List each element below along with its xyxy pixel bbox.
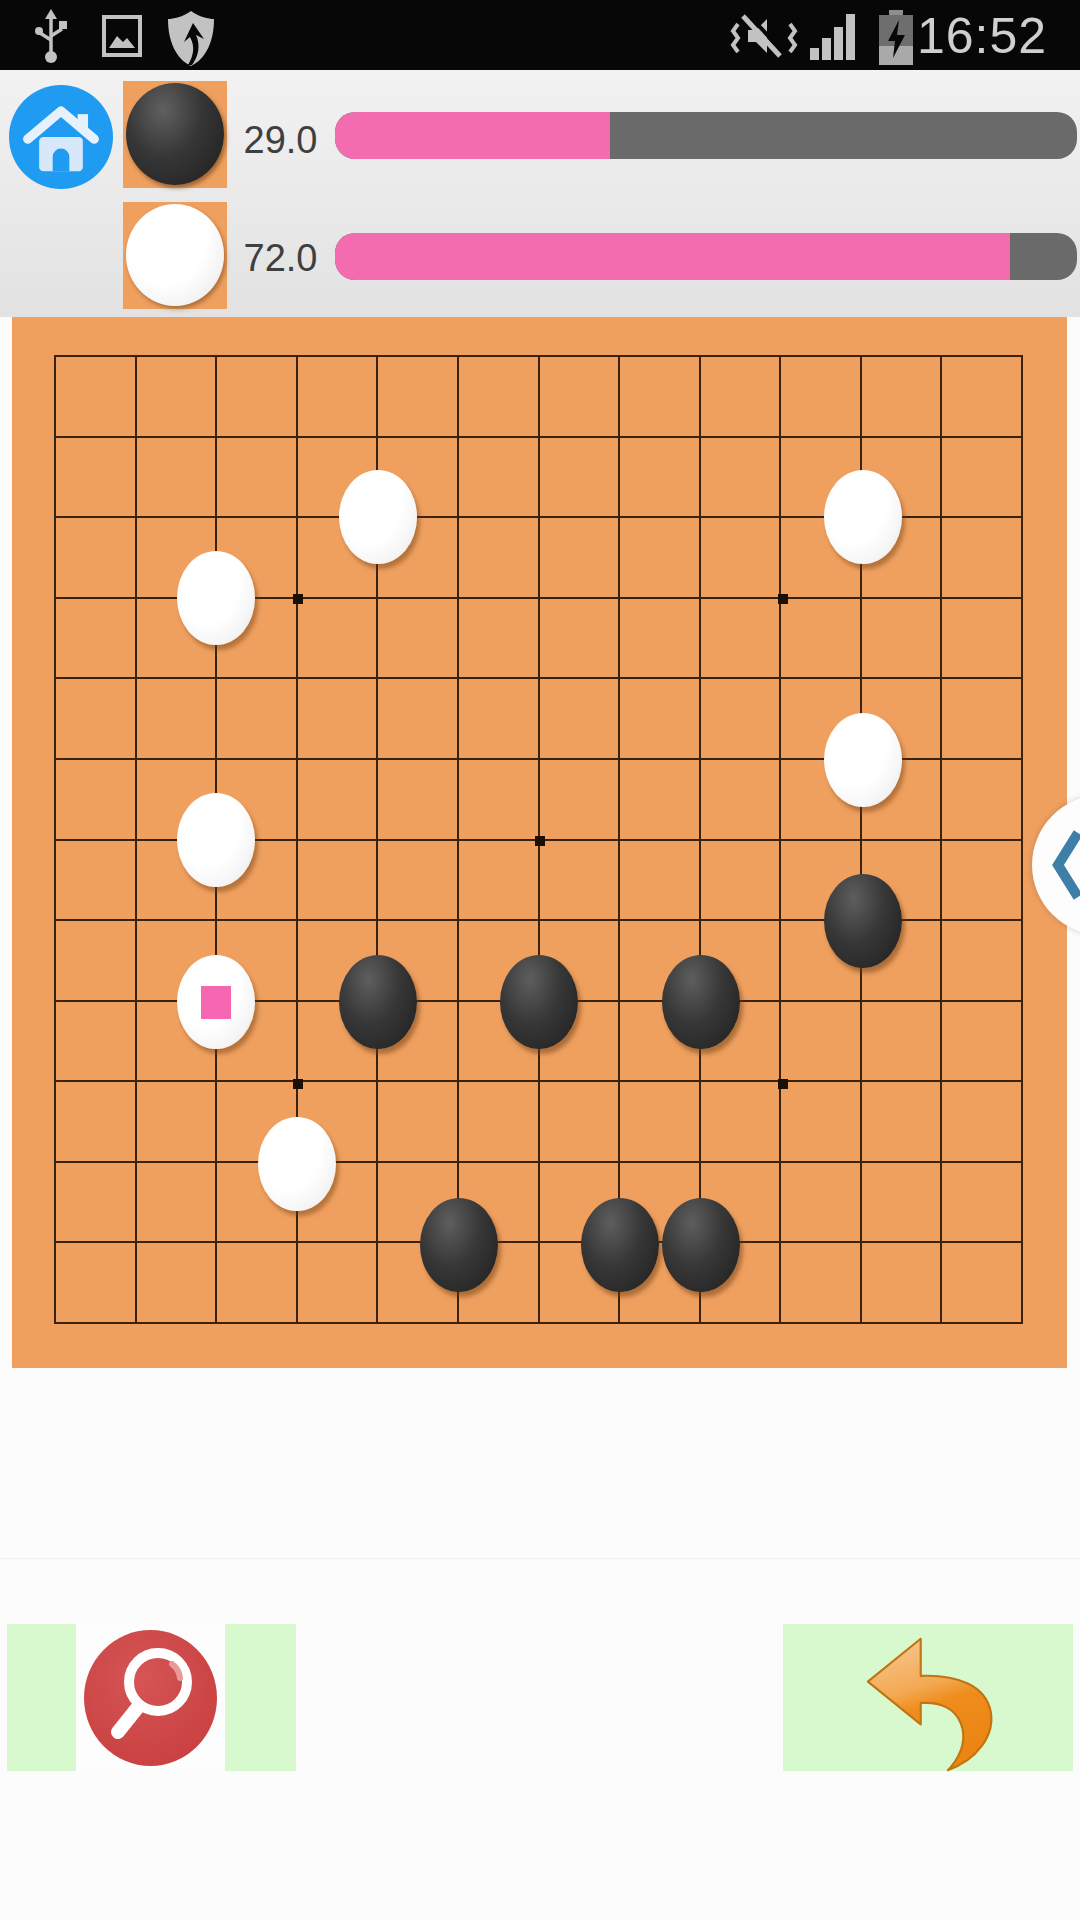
board-cell [940,1161,1021,1242]
board-cell [538,355,619,436]
board-cell [457,355,538,436]
black-score-bar [335,112,1077,159]
vibrate-mute-icon [730,8,798,64]
white-stone [258,1117,336,1211]
board-cell [457,516,538,597]
board-cell [135,1080,216,1161]
board-cell [296,597,377,678]
white-player-avatar [123,202,227,309]
board-cell [940,1000,1021,1081]
board-cell [779,1161,860,1242]
board-cell [135,436,216,517]
board-cell [376,677,457,758]
star-point [293,594,303,604]
board-cell [54,1161,135,1242]
board-cell [54,1080,135,1161]
battery-charging-icon [875,8,917,68]
board-cell [538,516,619,597]
board-cell [457,1080,538,1161]
board-cell [699,758,780,839]
board-cell [54,355,135,436]
board-cell [860,1241,941,1322]
white-score: 72.0 [233,233,328,283]
white-stone-avatar [126,204,224,306]
board-cell [296,758,377,839]
board-cell [618,1080,699,1161]
board-cell [699,355,780,436]
board-cell [618,839,699,920]
gallery-icon [100,8,144,64]
board-cell [940,355,1021,436]
usb-icon [33,8,69,64]
board-cell [699,677,780,758]
board-cell [699,839,780,920]
board-cell [940,516,1021,597]
board-cell [538,597,619,678]
white-stone [339,470,417,564]
board-cell [296,839,377,920]
board-cell [860,1161,941,1242]
header: 29.0 72.0 [0,70,1080,317]
board-cell [54,436,135,517]
board-cell [618,355,699,436]
board-cell [618,677,699,758]
white-score-bar-fill [335,233,1010,280]
board-cell [940,839,1021,920]
black-stone [581,1198,659,1292]
board-cell [376,1080,457,1161]
board-cell [699,516,780,597]
black-player-avatar [123,81,227,188]
board-cell [699,436,780,517]
board-cell [135,677,216,758]
chevron-left-icon [1046,825,1080,905]
status-bar: 16:52 [0,0,1080,70]
board-cell [54,1000,135,1081]
board-cell [457,758,538,839]
board-cell [215,677,296,758]
board-cell [215,355,296,436]
bottom-divider [0,1558,1080,1559]
board-cell [135,1241,216,1322]
board-cell [860,597,941,678]
board-cell [538,1080,619,1161]
board-cell [860,1080,941,1161]
black-stone [824,874,902,968]
board-cell [54,839,135,920]
board-cell [860,355,941,436]
status-time: 16:52 [917,0,1047,70]
last-move-marker [201,986,231,1019]
undo-button[interactable] [783,1624,1073,1771]
board-cell [940,1241,1021,1322]
undo-arrow-icon [855,1628,1005,1778]
board-cell [940,597,1021,678]
analyze-button[interactable] [7,1624,296,1771]
go-board[interactable] [12,317,1067,1368]
board-cell [618,516,699,597]
shield-boost-icon [163,8,219,68]
board-cell [376,355,457,436]
board-cell [215,436,296,517]
board-cell [54,677,135,758]
board-cell [699,597,780,678]
board-cell [54,919,135,1000]
star-point [293,1079,303,1089]
signal-strength-icon [808,8,860,64]
black-stone [339,955,417,1049]
board-cell [296,677,377,758]
board-cell [699,1080,780,1161]
board-cell [457,436,538,517]
board-cell [54,597,135,678]
board-cell [376,597,457,678]
board-cell [779,597,860,678]
board-cell [54,758,135,839]
white-stone [177,955,255,1049]
board-cell [940,677,1021,758]
board-cell [940,919,1021,1000]
black-stone [420,1198,498,1292]
home-icon [9,85,113,189]
board-cell [779,355,860,436]
black-score-bar-fill [335,112,610,159]
board-cell [296,355,377,436]
board-cell [376,839,457,920]
star-point [778,1079,788,1089]
black-stone [662,1198,740,1292]
white-stone [824,470,902,564]
black-stone [500,955,578,1049]
white-stone [177,551,255,645]
board-cell [940,758,1021,839]
board-cell [538,839,619,920]
star-point [535,836,545,846]
board-cell [54,1241,135,1322]
board-cell [618,758,699,839]
star-point [778,594,788,604]
board-cell [940,1080,1021,1161]
board-cell [779,1241,860,1322]
board-cell [376,758,457,839]
board-cell [135,1161,216,1242]
board-cell [860,1000,941,1081]
board-cell [215,1241,296,1322]
board-cell [538,758,619,839]
board-cell [54,516,135,597]
board-cell [135,355,216,436]
board-cell [940,436,1021,517]
board-cell [618,597,699,678]
board-cell [538,436,619,517]
white-stone [824,713,902,807]
board-cell [779,1080,860,1161]
board-cell [457,597,538,678]
white-stone [177,793,255,887]
black-stone [662,955,740,1049]
go-app-screen: 16:52 29.0 72.0 [0,0,1080,1920]
home-button[interactable] [9,85,113,189]
board-cell [538,677,619,758]
black-score: 29.0 [233,115,328,165]
magnifier-icon [84,1630,217,1766]
white-score-bar [335,233,1077,280]
board-cell [457,839,538,920]
board-cell [296,1241,377,1322]
black-stone-avatar [126,83,224,185]
board-cell [457,677,538,758]
board-cell [618,436,699,517]
board-cell [779,1000,860,1081]
